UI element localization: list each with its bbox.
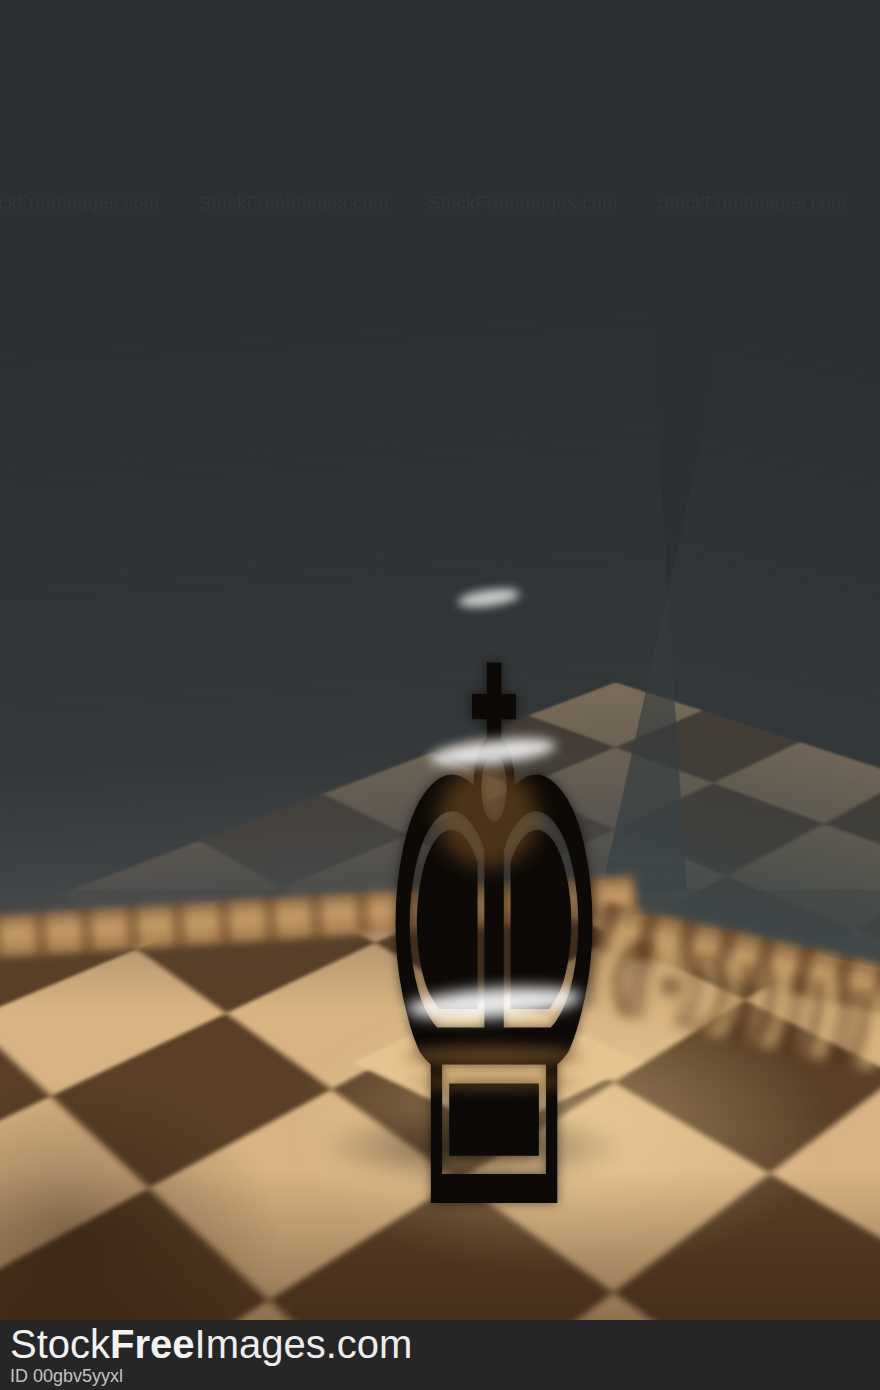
image-id: ID 00gbv5yyxl <box>10 1366 880 1386</box>
stockfreeimages-logo: StockFreeImages.com <box>10 1322 880 1366</box>
black-king-glyph: ♚ <box>353 577 634 1317</box>
logo-free: Free <box>110 1322 195 1366</box>
stock-photo-page: StockFreeImages.com StockFreeImages.com … <box>0 0 880 1390</box>
logo-stock: Stock <box>10 1322 110 1366</box>
photo-area: StockFreeImages.com StockFreeImages.com … <box>0 0 880 1320</box>
watermark-bar: StockFreeImages.com ID 00gbv5yyxl <box>0 1320 880 1390</box>
logo-images-com: Images.com <box>195 1322 413 1366</box>
left-vignette <box>0 1080 280 1320</box>
watermark-row: StockFreeImages.com StockFreeImages.com … <box>0 193 880 214</box>
